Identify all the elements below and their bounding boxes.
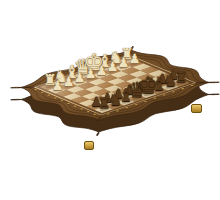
white-pawn: ♟ [129, 52, 141, 65]
white-pawn: ♟ [52, 79, 64, 92]
white-pawn: ♟ [74, 71, 86, 84]
product-photo-scene: ♜♞♝♛♚♝♞♜♟♟♟♟♟♟♟♟♟♟♟♟♟♟♟♟♜♞♝♛♚♝♞♜ [0, 0, 220, 200]
black-rook: ♜ [174, 70, 187, 85]
white-pawn: ♟ [118, 56, 130, 69]
brass-latch-front [84, 141, 94, 150]
white-pawn: ♟ [85, 67, 97, 80]
white-pawn: ♟ [107, 60, 119, 73]
white-pawn: ♟ [96, 64, 108, 77]
square: ♜ [171, 80, 190, 87]
brass-latch-right [191, 104, 202, 113]
white-pawn: ♟ [63, 75, 75, 88]
